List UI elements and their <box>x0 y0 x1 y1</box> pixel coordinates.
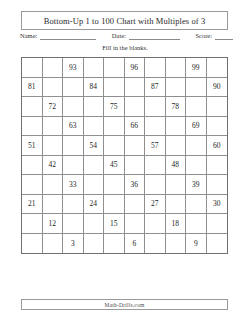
grid-cell-given: 90 <box>207 78 228 98</box>
grid-cell-blank[interactable] <box>63 136 84 156</box>
grid-cell-blank[interactable] <box>63 214 84 234</box>
grid-cell-blank[interactable] <box>207 117 228 137</box>
grid-cell-blank[interactable] <box>125 214 146 234</box>
grid-cell-blank[interactable] <box>104 78 125 98</box>
date-label: Date: <box>112 32 126 40</box>
grid-cell-blank[interactable] <box>43 175 64 195</box>
grid-cell-blank[interactable] <box>22 175 43 195</box>
grid-cell-blank[interactable] <box>186 195 207 215</box>
grid-cell-given: 78 <box>166 97 187 117</box>
grid-cell-blank[interactable] <box>84 234 105 254</box>
grid-cell-blank[interactable] <box>63 156 84 176</box>
grid-cell-given: 75 <box>104 97 125 117</box>
grid-cell-blank[interactable] <box>84 97 105 117</box>
grid-cell-blank[interactable] <box>104 175 125 195</box>
grid-cell-blank[interactable] <box>43 136 64 156</box>
grid-cell-blank[interactable] <box>145 156 166 176</box>
footer-brand: Math-Drills.com <box>105 302 145 308</box>
grid-cell-given: 60 <box>207 136 228 156</box>
grid-cell-blank[interactable] <box>84 214 105 234</box>
grid-cell-given: 57 <box>145 136 166 156</box>
grid-cell-given: 9 <box>186 234 207 254</box>
grid-cell-given: 6 <box>125 234 146 254</box>
grid-cell-blank[interactable] <box>166 234 187 254</box>
grid-cell-blank[interactable] <box>63 78 84 98</box>
grid-cell-blank[interactable] <box>104 195 125 215</box>
grid-cell-blank[interactable] <box>166 78 187 98</box>
grid-cell-blank[interactable] <box>125 156 146 176</box>
grid-cell-blank[interactable] <box>43 78 64 98</box>
grid-cell-given: 36 <box>125 175 146 195</box>
grid-cell-blank[interactable] <box>166 195 187 215</box>
grid-cell-blank[interactable] <box>63 195 84 215</box>
grid-cell-given: 99 <box>186 58 207 78</box>
footer-box: Math-Drills.com <box>21 299 228 310</box>
grid-cell-blank[interactable] <box>207 234 228 254</box>
grid-cell-blank[interactable] <box>125 136 146 156</box>
grid-cell-blank[interactable] <box>186 136 207 156</box>
grid-cell-blank[interactable] <box>207 156 228 176</box>
grid-cell-blank[interactable] <box>84 175 105 195</box>
score-label: Score: <box>195 32 212 40</box>
name-line[interactable] <box>40 32 96 40</box>
grid-cell-blank[interactable] <box>22 58 43 78</box>
grid-cell-blank[interactable] <box>186 214 207 234</box>
grid-cell-blank[interactable] <box>207 97 228 117</box>
date-field: Date: <box>112 32 180 40</box>
grid-cell-blank[interactable] <box>145 214 166 234</box>
grid-cell-blank[interactable] <box>22 156 43 176</box>
grid-cell-given: 39 <box>186 175 207 195</box>
grid-cell-given: 84 <box>84 78 105 98</box>
grid-cell-blank[interactable] <box>43 58 64 78</box>
grid-cell-blank[interactable] <box>22 97 43 117</box>
grid-cell-blank[interactable] <box>166 117 187 137</box>
grid-cell-given: 63 <box>63 117 84 137</box>
grid-cell-blank[interactable] <box>166 175 187 195</box>
grid-cell-blank[interactable] <box>84 156 105 176</box>
grid-cell-blank[interactable] <box>22 117 43 137</box>
grid-cell-given: 18 <box>166 214 187 234</box>
grid-cell-blank[interactable] <box>207 175 228 195</box>
grid-cell-blank[interactable] <box>104 136 125 156</box>
name-field: Name: <box>20 32 96 40</box>
title-box: Bottom-Up 1 to 100 Chart with Multiples … <box>21 11 228 30</box>
grid-cell-given: 93 <box>63 58 84 78</box>
score-line[interactable] <box>215 32 233 40</box>
grid-cell-given: 12 <box>43 214 64 234</box>
page-title: Bottom-Up 1 to 100 Chart with Multiples … <box>44 16 206 26</box>
grid-cell-given: 42 <box>43 156 64 176</box>
grid-cell-given: 3 <box>63 234 84 254</box>
instruction-text: Fill in the blanks. <box>0 44 250 51</box>
grid-cell-blank[interactable] <box>145 97 166 117</box>
grid-cell-given: 96 <box>125 58 146 78</box>
grid-cell-given: 24 <box>84 195 105 215</box>
grid-cell-given: 66 <box>125 117 146 137</box>
grid-cell-blank[interactable] <box>166 136 187 156</box>
name-label: Name: <box>20 32 37 40</box>
grid-cell-blank[interactable] <box>125 97 146 117</box>
number-grid: 9396998184879072757863666951545760424548… <box>21 57 228 254</box>
header-fields: Name: Date: Score: <box>20 31 233 40</box>
grid-cell-blank[interactable] <box>43 195 64 215</box>
grid-cell-blank[interactable] <box>145 175 166 195</box>
grid-cell-blank[interactable] <box>63 97 84 117</box>
grid-cell-given: 30 <box>207 195 228 215</box>
grid-cell-blank[interactable] <box>207 214 228 234</box>
grid-cell-given: 15 <box>104 214 125 234</box>
grid-cell-blank[interactable] <box>207 58 228 78</box>
grid-cell-blank[interactable] <box>125 78 146 98</box>
grid-cell-blank[interactable] <box>104 58 125 78</box>
grid-cell-blank[interactable] <box>186 78 207 98</box>
grid-cell-blank[interactable] <box>145 234 166 254</box>
grid-cell-given: 21 <box>22 195 43 215</box>
score-field: Score: <box>195 32 233 40</box>
grid-cell-given: 45 <box>104 156 125 176</box>
grid-cell-given: 33 <box>63 175 84 195</box>
grid-cell-given: 81 <box>22 78 43 98</box>
grid-cell-blank[interactable] <box>22 214 43 234</box>
grid-cell-blank[interactable] <box>145 117 166 137</box>
grid-cell-given: 54 <box>84 136 105 156</box>
grid-cell-given: 27 <box>145 195 166 215</box>
grid-cell-blank[interactable] <box>186 156 207 176</box>
grid-cell-blank[interactable] <box>84 58 105 78</box>
grid-cell-blank[interactable] <box>145 58 166 78</box>
grid-cell-blank[interactable] <box>43 117 64 137</box>
grid-cell-given: 87 <box>145 78 166 98</box>
grid-cell-given: 51 <box>22 136 43 156</box>
grid-cell-blank[interactable] <box>84 117 105 137</box>
grid-cell-blank[interactable] <box>43 234 64 254</box>
grid-cell-given: 72 <box>43 97 64 117</box>
grid-cell-blank[interactable] <box>104 117 125 137</box>
date-line[interactable] <box>129 32 180 40</box>
grid-cell-blank[interactable] <box>22 234 43 254</box>
grid-cell-blank[interactable] <box>186 97 207 117</box>
worksheet-page: Bottom-Up 1 to 100 Chart with Multiples … <box>0 0 250 324</box>
grid-cell-blank[interactable] <box>166 58 187 78</box>
grid-cell-given: 48 <box>166 156 187 176</box>
grid-cell-blank[interactable] <box>104 234 125 254</box>
grid-cell-blank[interactable] <box>125 195 146 215</box>
grid-cell-given: 69 <box>186 117 207 137</box>
